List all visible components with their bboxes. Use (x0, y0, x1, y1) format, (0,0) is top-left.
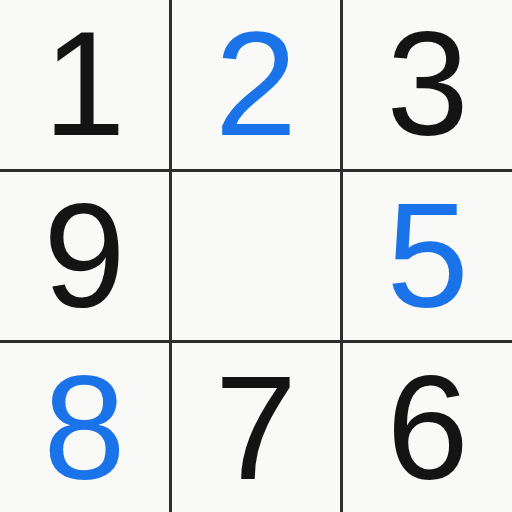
sudoku-cell-r1c2[interactable]: 5 (343, 172, 512, 341)
sudoku-cell-r0c2[interactable]: 3 (343, 0, 512, 169)
cell-digit: 1 (43, 10, 125, 158)
cell-digit: 2 (215, 10, 297, 158)
cell-digit: 3 (387, 10, 469, 158)
cell-digit: 5 (387, 182, 469, 330)
sudoku-cell-r2c0[interactable]: 8 (0, 343, 169, 512)
cell-digit: 9 (43, 182, 125, 330)
sudoku-cell-r0c0[interactable]: 1 (0, 0, 169, 169)
sudoku-screen: 1 2 3 9 5 8 7 6 (0, 0, 512, 512)
sudoku-cell-r0c1[interactable]: 2 (172, 0, 341, 169)
cell-digit: 7 (215, 354, 297, 502)
sudoku-cell-r2c2[interactable]: 6 (343, 343, 512, 512)
cell-digit: 6 (387, 354, 469, 502)
sudoku-cell-r2c1[interactable]: 7 (172, 343, 341, 512)
cell-digit: 8 (43, 354, 125, 502)
sudoku-board: 1 2 3 9 5 8 7 6 (0, 0, 512, 512)
sudoku-cell-r1c1[interactable] (172, 172, 341, 341)
sudoku-cell-r1c0[interactable]: 9 (0, 172, 169, 341)
